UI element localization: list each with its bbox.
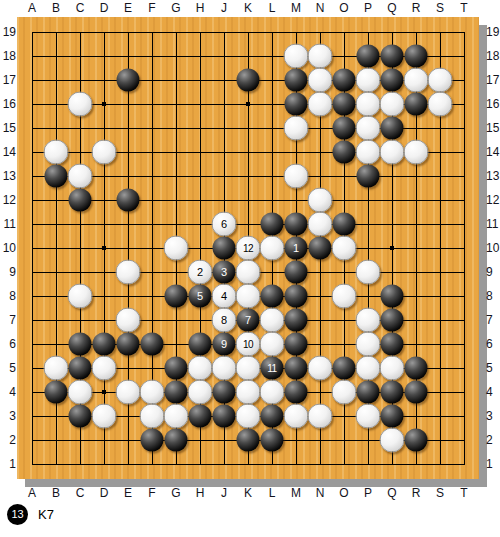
stone-M17[interactable] (285, 69, 308, 92)
coord-bottom-N: N (310, 486, 330, 500)
stone-S16[interactable] (428, 92, 453, 117)
stone-R18[interactable] (405, 45, 428, 68)
stone-D5[interactable] (92, 356, 117, 381)
coord-left-16: 16 (0, 97, 16, 111)
stone-G3[interactable] (164, 404, 189, 429)
stone-R17[interactable] (404, 68, 429, 93)
stone-E17[interactable] (117, 69, 140, 92)
stone-C6[interactable] (69, 333, 92, 356)
stone-C4[interactable] (68, 380, 93, 405)
stone-E12[interactable] (117, 189, 140, 212)
stone-L4[interactable] (260, 380, 285, 405)
stone-H3[interactable] (189, 405, 212, 428)
coord-left-17: 17 (0, 73, 16, 87)
stone-O5[interactable] (333, 357, 356, 380)
stone-F4[interactable] (140, 380, 165, 405)
stone-R5[interactable] (405, 357, 428, 380)
stone-C3[interactable] (69, 405, 92, 428)
coord-left-8: 8 (0, 289, 16, 303)
stone-Q2[interactable] (380, 428, 405, 453)
stone-Q8[interactable] (381, 285, 404, 308)
coord-right-4: 4 (486, 385, 500, 399)
coord-top-O: O (334, 1, 354, 15)
stone-N10[interactable] (309, 237, 332, 260)
stone-move-number: 3 (221, 267, 227, 278)
coord-top-H: H (190, 1, 210, 15)
coord-right-8: 8 (486, 289, 500, 303)
stone-N12[interactable] (308, 188, 333, 213)
coord-left-15: 15 (0, 121, 16, 135)
stone-R16[interactable] (405, 93, 428, 116)
coord-right-16: 16 (486, 97, 500, 111)
coord-top-R: R (406, 1, 426, 15)
coord-top-C: C (70, 1, 90, 15)
stone-move-number: 5 (197, 291, 203, 302)
go-board[interactable]: 612123548791011 (17, 17, 479, 479)
coord-bottom-J: J (214, 486, 234, 500)
stone-move-number: 7 (245, 315, 251, 326)
stone-move-number: 10 (243, 339, 253, 350)
stone-R2[interactable] (405, 429, 428, 452)
stone-move-number: 9 (221, 339, 227, 350)
coord-bottom-G: G (166, 486, 186, 500)
coord-top-S: S (430, 1, 450, 15)
coord-top-P: P (358, 1, 378, 15)
star-point-D10 (102, 246, 106, 250)
stone-O16[interactable] (333, 93, 356, 116)
stone-E6[interactable] (117, 333, 140, 356)
stone-N16[interactable] (308, 92, 333, 117)
coord-right-9: 9 (486, 265, 500, 279)
coord-bottom-H: H (190, 486, 210, 500)
stone-move-number: 12 (243, 243, 253, 254)
stone-H9[interactable]: 2 (188, 260, 213, 285)
coord-top-J: J (214, 1, 234, 15)
coord-left-1: 1 (0, 457, 16, 471)
stone-M11[interactable] (285, 213, 308, 236)
coord-bottom-D: D (94, 486, 114, 500)
coord-left-19: 19 (0, 25, 16, 39)
stone-R4[interactable] (405, 381, 428, 404)
coord-left-6: 6 (0, 337, 16, 351)
stone-O14[interactable] (333, 141, 356, 164)
coord-bottom-T: T (454, 486, 474, 500)
coord-left-10: 10 (0, 241, 16, 255)
stone-K2[interactable] (237, 429, 260, 452)
grid-vline-T (464, 32, 465, 465)
coord-bottom-O: O (334, 486, 354, 500)
star-point-K16 (246, 102, 250, 106)
stone-O10[interactable] (332, 236, 357, 261)
coord-left-2: 2 (0, 433, 16, 447)
stone-M5[interactable] (285, 357, 308, 380)
stone-K6[interactable]: 10 (236, 332, 261, 357)
stone-N3[interactable] (308, 404, 333, 429)
stone-E4[interactable] (116, 380, 141, 405)
stone-N17[interactable] (308, 68, 333, 93)
coord-top-K: K (238, 1, 258, 15)
stone-O15[interactable] (333, 117, 356, 140)
stone-G5[interactable] (165, 357, 188, 380)
stone-Q16[interactable] (380, 92, 405, 117)
coord-right-11: 11 (486, 217, 500, 231)
stone-D14[interactable] (92, 140, 117, 165)
stone-P15[interactable] (356, 116, 381, 141)
stone-M18[interactable] (284, 44, 309, 69)
stone-L6[interactable] (260, 332, 285, 357)
stone-J11[interactable]: 6 (212, 212, 237, 237)
stone-O8[interactable] (332, 284, 357, 309)
stone-Q4[interactable] (381, 381, 404, 404)
stone-C12[interactable] (69, 189, 92, 212)
stone-K3[interactable] (236, 404, 261, 429)
stone-M13[interactable] (284, 164, 309, 189)
coord-top-F: F (142, 1, 162, 15)
stone-G8[interactable] (165, 285, 188, 308)
stone-M10[interactable]: 1 (285, 237, 308, 260)
stone-K7[interactable]: 7 (237, 309, 260, 332)
stone-N11[interactable] (308, 212, 333, 237)
coord-top-A: A (22, 1, 42, 15)
coord-right-5: 5 (486, 361, 500, 375)
coord-right-12: 12 (486, 193, 500, 207)
coord-left-9: 9 (0, 265, 16, 279)
coord-left-14: 14 (0, 145, 16, 159)
coord-right-15: 15 (486, 121, 500, 135)
stone-N18[interactable] (308, 44, 333, 69)
stone-K10[interactable]: 12 (236, 236, 261, 261)
move-13-stone-icon: 13 (7, 504, 28, 525)
coord-right-10: 10 (486, 241, 500, 255)
stone-F3[interactable] (140, 404, 165, 429)
stone-C5[interactable] (69, 357, 92, 380)
stone-move-number: 1 (293, 243, 299, 254)
stone-Q5[interactable] (380, 356, 405, 381)
coord-left-4: 4 (0, 385, 16, 399)
stone-H5[interactable] (188, 356, 213, 381)
coord-bottom-Q: Q (382, 486, 402, 500)
stone-E7[interactable] (116, 308, 141, 333)
coord-top-M: M (286, 1, 306, 15)
coord-bottom-L: L (262, 486, 282, 500)
coord-top-L: L (262, 1, 282, 15)
coord-top-D: D (94, 1, 114, 15)
stone-move-number: 8 (221, 315, 227, 326)
stone-P4[interactable] (357, 381, 380, 404)
coord-left-5: 5 (0, 361, 16, 375)
stone-J7[interactable]: 8 (212, 308, 237, 333)
stone-L2[interactable] (261, 429, 284, 452)
stone-P16[interactable] (356, 92, 381, 117)
stone-H8[interactable]: 5 (189, 285, 212, 308)
stone-M6[interactable] (285, 333, 308, 356)
coord-bottom-A: A (22, 486, 42, 500)
coord-bottom-B: B (46, 486, 66, 500)
stone-G2[interactable] (165, 429, 188, 452)
stone-M15[interactable] (284, 116, 309, 141)
stone-K8[interactable] (236, 284, 261, 309)
move-13-number: 13 (11, 508, 23, 520)
coord-left-18: 18 (0, 49, 16, 63)
stone-O4[interactable] (332, 380, 357, 405)
stone-M3[interactable] (284, 404, 309, 429)
stone-B5[interactable] (44, 356, 69, 381)
stone-move-number: 11 (267, 363, 276, 374)
stone-move-number: 2 (197, 267, 203, 278)
stone-P5[interactable] (356, 356, 381, 381)
stone-P17[interactable] (356, 68, 381, 93)
coord-left-11: 11 (0, 217, 16, 231)
coord-bottom-C: C (70, 486, 90, 500)
stone-L10[interactable] (260, 236, 285, 261)
stone-move-number: 6 (221, 219, 227, 230)
stone-P13[interactable] (357, 165, 380, 188)
stone-Q17[interactable] (381, 69, 404, 92)
stone-B14[interactable] (44, 140, 69, 165)
stone-C16[interactable] (68, 92, 93, 117)
stone-J6[interactable]: 9 (213, 333, 236, 356)
stone-L8[interactable] (261, 285, 284, 308)
stone-L11[interactable] (261, 213, 284, 236)
stone-M9[interactable] (285, 261, 308, 284)
stone-P14[interactable] (356, 140, 381, 165)
stone-G10[interactable] (164, 236, 189, 261)
stone-N5[interactable] (308, 356, 333, 381)
stone-E9[interactable] (116, 260, 141, 285)
coord-right-1: 1 (486, 457, 500, 471)
stone-S17[interactable] (428, 68, 453, 93)
star-point-D4 (102, 390, 106, 394)
stone-K5[interactable] (236, 356, 261, 381)
stone-J10[interactable] (213, 237, 236, 260)
move-13-location: K7 (38, 507, 54, 522)
coord-right-19: 19 (486, 25, 500, 39)
stone-Q18[interactable] (381, 45, 404, 68)
coord-bottom-S: S (430, 486, 450, 500)
stone-M16[interactable] (285, 93, 308, 116)
caption: 13 K7 (7, 503, 54, 525)
coord-right-6: 6 (486, 337, 500, 351)
coord-bottom-M: M (286, 486, 306, 500)
stone-C8[interactable] (68, 284, 93, 309)
stone-Q6[interactable] (381, 333, 404, 356)
coord-bottom-F: F (142, 486, 162, 500)
coord-right-13: 13 (486, 169, 500, 183)
stone-P3[interactable] (356, 404, 381, 429)
coord-right-14: 14 (486, 145, 500, 159)
star-point-D16 (102, 102, 106, 106)
coord-left-3: 3 (0, 409, 16, 423)
stone-J5[interactable] (212, 356, 237, 381)
stone-L3[interactable] (261, 405, 284, 428)
coord-top-G: G (166, 1, 186, 15)
stone-P18[interactable] (357, 45, 380, 68)
stone-R14[interactable] (404, 140, 429, 165)
stone-Q3[interactable] (381, 405, 404, 428)
star-point-Q10 (390, 246, 394, 250)
stone-move-number: 4 (221, 291, 227, 302)
coord-bottom-P: P (358, 486, 378, 500)
kifu-diagram: 612123548791011 AABBCCDDEEFFGGHHJJKKLLMM… (0, 0, 500, 537)
stone-C13[interactable] (68, 164, 93, 189)
stone-F6[interactable] (141, 333, 164, 356)
stone-P6[interactable] (356, 332, 381, 357)
stone-M7[interactable] (285, 309, 308, 332)
stone-K4[interactable] (236, 380, 261, 405)
stone-D3[interactable] (92, 404, 117, 429)
stone-F2[interactable] (141, 429, 164, 452)
coord-left-13: 13 (0, 169, 16, 183)
grid-hline-1 (32, 464, 465, 465)
stone-H6[interactable] (189, 333, 212, 356)
stone-M8[interactable] (285, 285, 308, 308)
coord-left-12: 12 (0, 193, 16, 207)
coord-top-B: B (46, 1, 66, 15)
stone-J9[interactable]: 3 (213, 261, 236, 284)
coord-right-7: 7 (486, 313, 500, 327)
stone-Q15[interactable] (381, 117, 404, 140)
coord-top-E: E (118, 1, 138, 15)
coord-top-Q: Q (382, 1, 402, 15)
stone-P9[interactable] (356, 260, 381, 285)
stone-O17[interactable] (333, 69, 356, 92)
coord-right-17: 17 (486, 73, 500, 87)
stone-D6[interactable] (93, 333, 116, 356)
stone-P7[interactable] (356, 308, 381, 333)
coord-top-T: T (454, 1, 474, 15)
stone-L7[interactable] (260, 308, 285, 333)
coord-top-N: N (310, 1, 330, 15)
coord-right-3: 3 (486, 409, 500, 423)
stone-J3[interactable] (213, 405, 236, 428)
stone-J4[interactable] (213, 381, 236, 404)
stone-J8[interactable]: 4 (212, 284, 237, 309)
stone-B13[interactable] (45, 165, 68, 188)
stone-Q7[interactable] (381, 309, 404, 332)
stone-K17[interactable] (237, 69, 260, 92)
coord-left-7: 7 (0, 313, 16, 327)
coord-right-18: 18 (486, 49, 500, 63)
stone-B4[interactable] (45, 381, 68, 404)
stone-Q14[interactable] (380, 140, 405, 165)
coord-bottom-R: R (406, 486, 426, 500)
coord-bottom-E: E (118, 486, 138, 500)
stone-M4[interactable] (285, 381, 308, 404)
stone-K9[interactable] (236, 260, 261, 285)
stone-L5[interactable]: 11 (261, 357, 284, 380)
coord-bottom-K: K (238, 486, 258, 500)
stone-O11[interactable] (333, 213, 356, 236)
stone-H4[interactable] (188, 380, 213, 405)
stone-G4[interactable] (165, 381, 188, 404)
coord-right-2: 2 (486, 433, 500, 447)
